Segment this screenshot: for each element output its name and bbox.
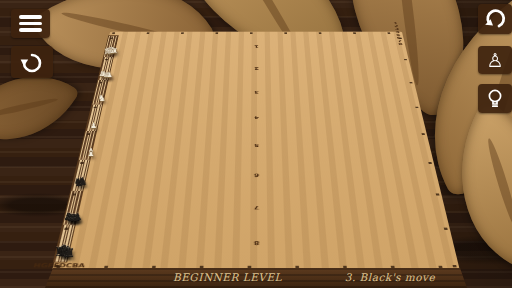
coordinate-label: 4 (254, 105, 259, 131)
piece-wN-c3[interactable]: ♞ (98, 94, 106, 103)
board-front-face: BEGINNER LEVEL 3. Black's move (45, 268, 467, 288)
coordinate-label: 2 (254, 57, 259, 80)
piece-wP-e4[interactable]: ♟ (90, 121, 97, 129)
difficulty-level-label: BEGINNER LEVEL (145, 271, 310, 283)
menu-button[interactable] (11, 9, 50, 38)
chess-board: 12345678 12345678 HGFEDCBA (52, 32, 459, 270)
rotate-board-button[interactable] (11, 46, 53, 78)
lightbulb-hint-icon (484, 87, 506, 111)
hint-button[interactable] (478, 84, 512, 113)
hamburger-menu-icon (19, 15, 42, 19)
coordinate-label: 6 (253, 160, 258, 191)
coordinate-label: 5 (253, 131, 258, 160)
chess-app-screen: 12345678 12345678 HGFEDCBA BEGINNER LEVE… (0, 0, 512, 288)
rank-labels-right: 12345678 (66, 36, 446, 262)
piece-bR-a8[interactable]: ♜ (65, 247, 75, 258)
coordinate-label: 7 (253, 191, 259, 225)
piece-bN-c6[interactable]: ♞ (78, 177, 88, 188)
undo-arrow-icon (482, 7, 508, 31)
frame-pins (112, 32, 400, 33)
rotate-board-icon (20, 50, 44, 74)
frame-pins (56, 266, 455, 268)
player-pawn-icon: ♙ (486, 51, 503, 70)
piece-wR-a1[interactable]: ♜ (112, 49, 118, 56)
piece-wB-b5[interactable]: ♝ (86, 147, 95, 157)
coordinate-label: 1 (254, 36, 258, 57)
player-mode-button[interactable]: ♙ (478, 46, 512, 74)
move-status-label: 3. Black's move (320, 271, 460, 283)
piece-bP-a7[interactable]: ♟ (74, 213, 82, 222)
piece-wP-a2[interactable]: ♟ (107, 72, 113, 78)
coordinate-label: 3 (254, 80, 259, 105)
coordinate-label: 8 (253, 225, 259, 262)
undo-move-button[interactable] (478, 4, 512, 34)
